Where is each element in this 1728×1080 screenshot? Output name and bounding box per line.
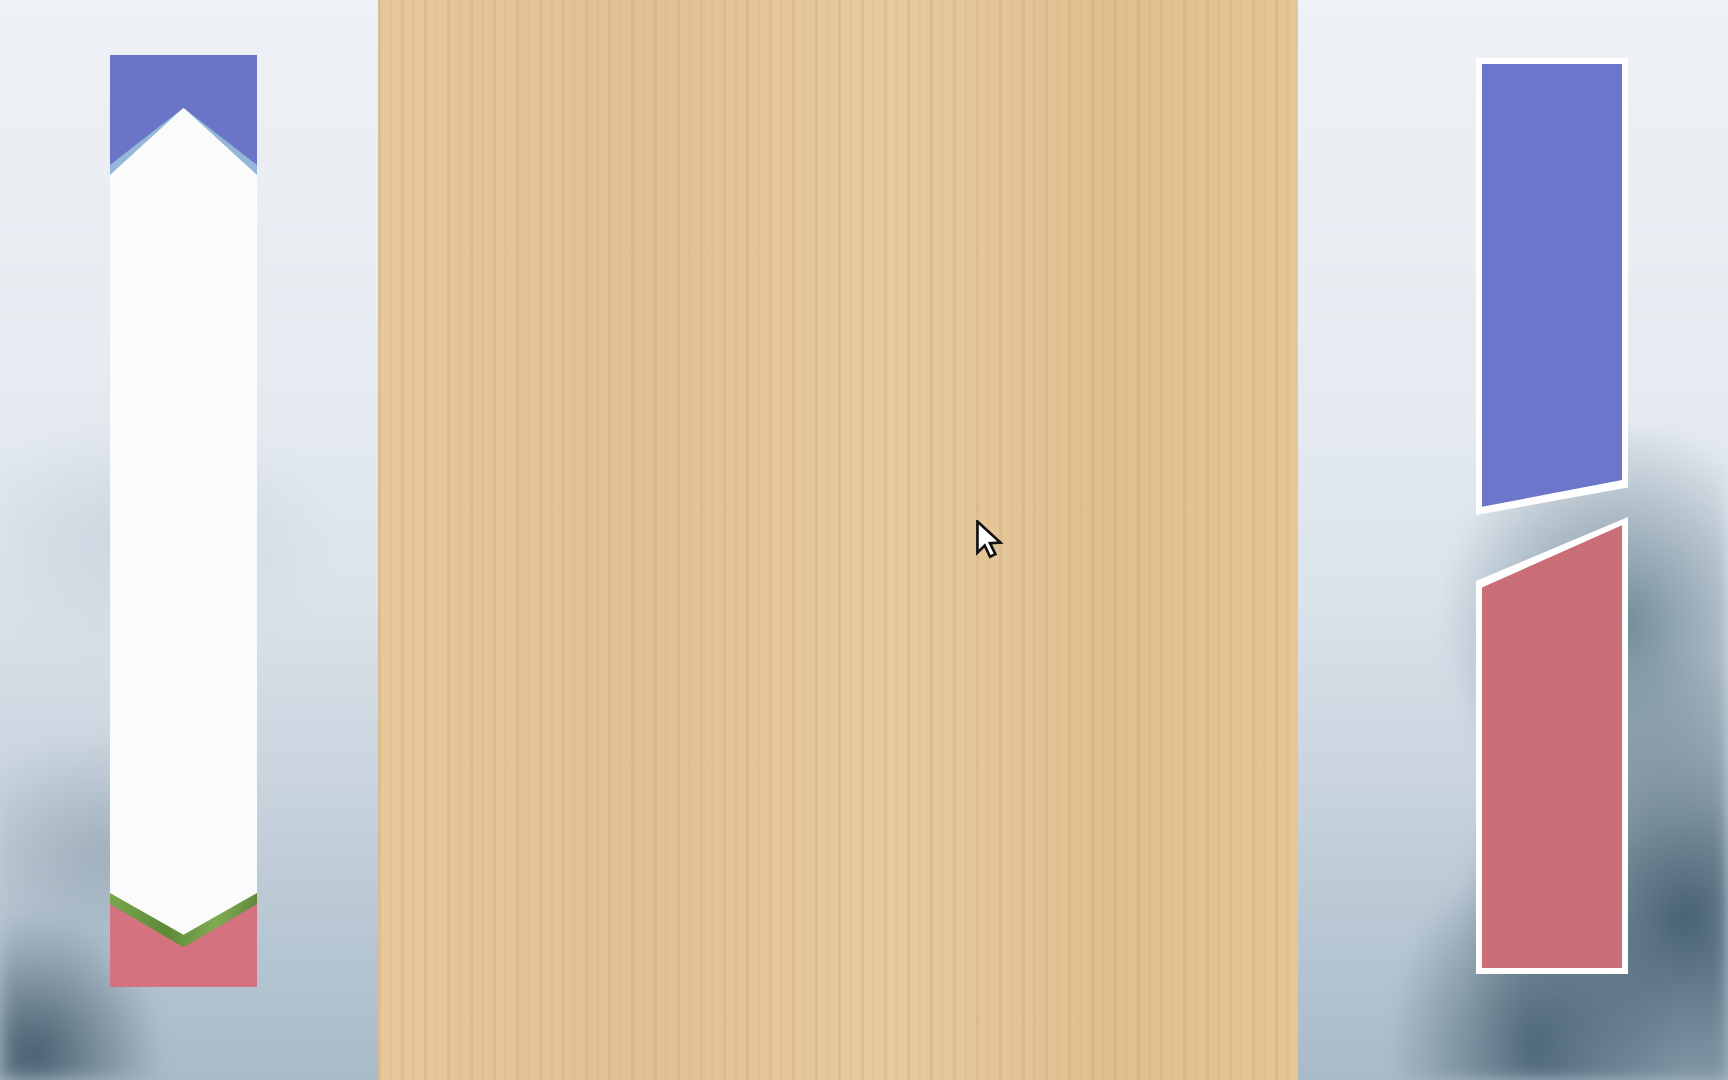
event-banner — [110, 0, 257, 1080]
red-player-panel — [1476, 517, 1628, 974]
black-player-panel-fill — [1482, 64, 1622, 509]
red-player-panel-fill — [1482, 523, 1622, 968]
board-grid — [378, 0, 1298, 1080]
mouse-cursor-icon — [975, 520, 1011, 560]
players-banner — [1476, 0, 1628, 1080]
page: { "game": "xiangqi", "event_banner": { "… — [0, 0, 1728, 1080]
xiangqi-board[interactable] — [378, 0, 1298, 1080]
black-player-panel — [1476, 58, 1628, 515]
event-banner-body — [110, 60, 257, 987]
